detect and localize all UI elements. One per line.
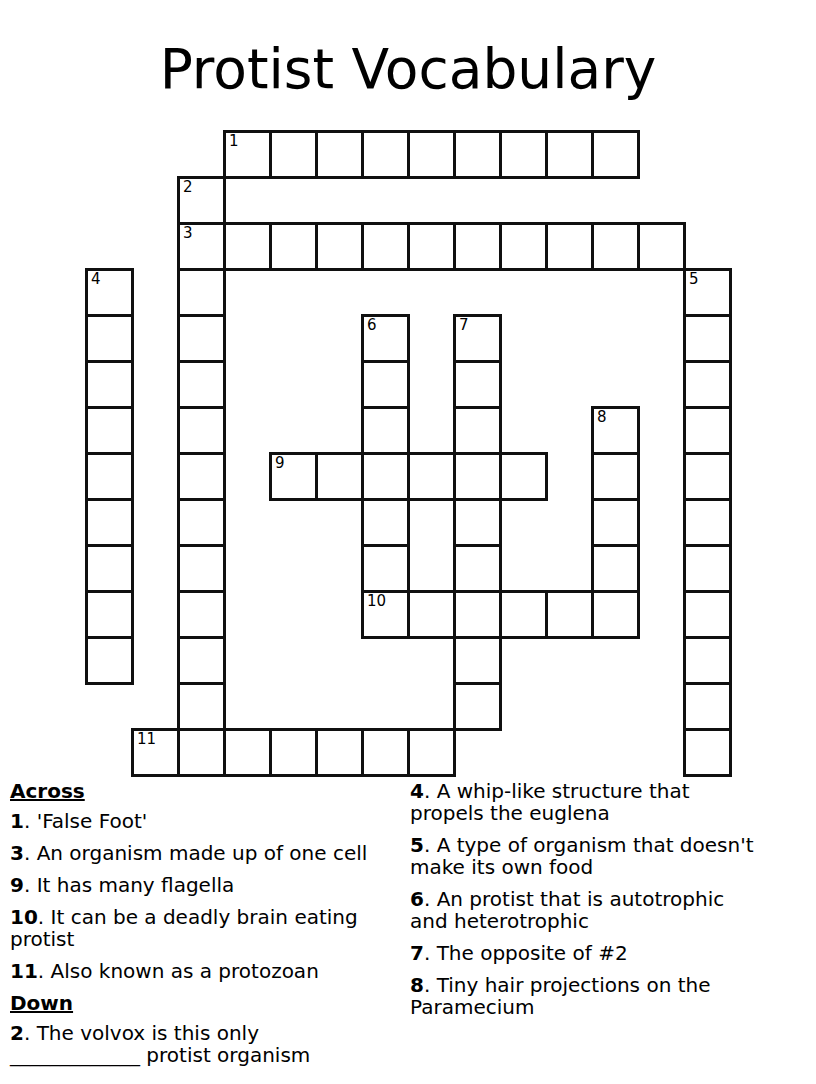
grid-cell[interactable] [453, 636, 502, 685]
grid-cell[interactable] [683, 590, 732, 639]
grid-cell[interactable] [223, 728, 272, 777]
cell-clue-number: 6 [367, 317, 377, 333]
cell-clue-number: 8 [597, 409, 607, 425]
grid-cell[interactable] [591, 590, 640, 639]
grid-cell[interactable] [85, 544, 134, 593]
clue-number-label: 4 [410, 779, 424, 803]
cell-clue-number: 2 [183, 179, 193, 195]
page-title: Protist Vocabulary [0, 38, 816, 100]
grid-cell[interactable] [269, 728, 318, 777]
grid-cell[interactable] [683, 360, 732, 409]
grid-cell[interactable] [637, 222, 686, 271]
grid-cell[interactable] [683, 636, 732, 685]
grid-cell[interactable] [453, 682, 502, 731]
clue-text: . It has many flagella [24, 873, 234, 897]
grid-cell[interactable] [683, 406, 732, 455]
grid-cell[interactable] [361, 130, 410, 179]
cell-clue-number: 7 [459, 317, 469, 333]
grid-cell[interactable] [453, 498, 502, 547]
grid-cell[interactable] [591, 544, 640, 593]
clue-number-label: 2 [10, 1021, 24, 1045]
grid-cell[interactable] [177, 360, 226, 409]
grid-cell[interactable] [177, 590, 226, 639]
grid-cell[interactable] [177, 728, 226, 777]
clue-item: 1. 'False Foot' [10, 810, 384, 832]
grid-cell[interactable] [453, 544, 502, 593]
clue-section-heading: Across [10, 780, 384, 802]
clue-number-label: 7 [410, 941, 424, 965]
grid-cell[interactable] [499, 222, 548, 271]
grid-cell[interactable] [683, 728, 732, 777]
clue-item: 2. The volvox is this only _____________… [10, 1022, 384, 1066]
grid-cell[interactable] [315, 130, 364, 179]
grid-cell[interactable] [361, 544, 410, 593]
grid-cell[interactable] [177, 544, 226, 593]
cell-clue-number: 11 [137, 731, 156, 747]
grid-cell[interactable] [683, 498, 732, 547]
clue-text: . The opposite of #2 [424, 941, 628, 965]
clue-number-label: 1 [10, 809, 24, 833]
grid-cell[interactable] [85, 314, 134, 363]
grid-cell[interactable] [545, 222, 594, 271]
grid-cell[interactable] [407, 590, 456, 639]
clue-number-label: 11 [10, 959, 38, 983]
grid-cell[interactable] [177, 268, 226, 317]
clue-item: 6. An protist that is autotrophic and he… [410, 888, 762, 932]
grid-cell[interactable] [361, 222, 410, 271]
grid-cell[interactable] [223, 222, 272, 271]
grid-cell[interactable] [453, 406, 502, 455]
grid-cell[interactable] [453, 590, 502, 639]
clue-item: 7. The opposite of #2 [410, 942, 762, 964]
grid-cell[interactable] [683, 314, 732, 363]
clue-number-label: 8 [410, 973, 424, 997]
grid-cell[interactable] [361, 360, 410, 409]
clue-item: 9. It has many flagella [10, 874, 384, 896]
clue-item: 5. A type of organism that doesn't make … [410, 834, 762, 878]
grid-cell[interactable] [591, 130, 640, 179]
grid-cell[interactable] [315, 222, 364, 271]
clue-text: . An organism made up of one cell [24, 841, 367, 865]
clue-item: 8. Tiny hair projections on the Parameci… [410, 974, 762, 1018]
grid-cell[interactable] [545, 130, 594, 179]
clue-number-label: 6 [410, 887, 424, 911]
grid-cell[interactable] [361, 498, 410, 547]
grid-cell[interactable] [453, 360, 502, 409]
grid-cell[interactable] [545, 590, 594, 639]
grid-cell[interactable] [499, 590, 548, 639]
clue-text: . Also known as a protozoan [38, 959, 319, 983]
grid-cell[interactable] [85, 636, 134, 685]
grid-cell[interactable] [85, 590, 134, 639]
grid-cell[interactable] [361, 728, 410, 777]
grid-cell[interactable] [269, 130, 318, 179]
clue-number-label: 3 [10, 841, 24, 865]
grid-cell[interactable] [361, 452, 410, 501]
clue-number-label: 10 [10, 905, 38, 929]
clue-item: 11. Also known as a protozoan [10, 960, 384, 982]
clue-number-label: 5 [410, 833, 424, 857]
cell-clue-number: 5 [689, 271, 699, 287]
cell-clue-number: 10 [367, 593, 386, 609]
grid-cell[interactable] [361, 406, 410, 455]
crossword-grid: 1234567891011 [85, 130, 732, 777]
grid-cell[interactable] [453, 452, 502, 501]
cell-clue-number: 4 [91, 271, 101, 287]
grid-cell[interactable] [177, 406, 226, 455]
grid-cell[interactable] [269, 222, 318, 271]
cell-clue-number: 1 [229, 133, 239, 149]
grid-cell[interactable] [499, 130, 548, 179]
grid-cell[interactable] [407, 130, 456, 179]
grid-cell[interactable] [177, 452, 226, 501]
grid-cell[interactable] [591, 452, 640, 501]
grid-cell[interactable] [85, 452, 134, 501]
grid-cell[interactable] [683, 452, 732, 501]
grid-cell[interactable] [407, 222, 456, 271]
grid-cell[interactable] [683, 544, 732, 593]
clue-text: . A type of organism that doesn't make i… [410, 833, 754, 879]
clue-text: . A whip-like structure that propels the… [410, 779, 690, 825]
grid-cell[interactable] [177, 682, 226, 731]
grid-cell[interactable] [591, 498, 640, 547]
grid-cell[interactable] [453, 222, 502, 271]
clue-text: . The volvox is this only _____________ … [10, 1021, 310, 1067]
grid-cell[interactable] [407, 452, 456, 501]
cell-clue-number: 3 [183, 225, 193, 241]
grid-cell[interactable] [177, 636, 226, 685]
grid-cell[interactable] [683, 682, 732, 731]
grid-cell[interactable] [85, 360, 134, 409]
grid-cell[interactable] [315, 728, 364, 777]
grid-cell[interactable] [499, 452, 548, 501]
clue-item: 4. A whip-like structure that propels th… [410, 780, 762, 824]
clues-left-column: Across1. 'False Foot'3. An organism made… [10, 780, 384, 1076]
clue-text: . 'False Foot' [24, 809, 147, 833]
clue-item: 10. It can be a deadly brain eating prot… [10, 906, 384, 950]
cell-clue-number: 9 [275, 455, 285, 471]
clue-number-label: 9 [10, 873, 24, 897]
clue-text: . Tiny hair projections on the Parameciu… [410, 973, 710, 1019]
clue-section-heading: Down [10, 992, 384, 1014]
grid-cell[interactable] [85, 498, 134, 547]
grid-cell[interactable] [315, 452, 364, 501]
clue-text: . It can be a deadly brain eating protis… [10, 905, 358, 951]
clues-right-column: 4. A whip-like structure that propels th… [410, 780, 762, 1028]
grid-cell[interactable] [407, 728, 456, 777]
clue-text: . An protist that is autotrophic and het… [410, 887, 724, 933]
grid-cell[interactable] [177, 498, 226, 547]
clue-item: 3. An organism made up of one cell [10, 842, 384, 864]
grid-cell[interactable] [177, 314, 226, 363]
grid-cell[interactable] [85, 406, 134, 455]
grid-cell[interactable] [591, 222, 640, 271]
grid-cell[interactable] [453, 130, 502, 179]
